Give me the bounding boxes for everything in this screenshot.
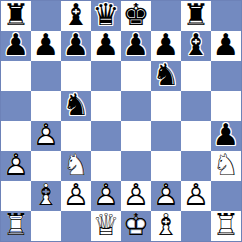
- square-g5[interactable]: [181, 91, 211, 121]
- square-d5[interactable]: [91, 91, 121, 121]
- white-pawn-icon: ♟♙: [61, 181, 91, 211]
- square-b4[interactable]: ♟♙: [31, 121, 61, 151]
- square-h6[interactable]: [211, 61, 241, 91]
- white-rook-icon: ♜♖: [211, 211, 241, 241]
- square-b6[interactable]: [31, 61, 61, 91]
- black-pawn-icon: ♟: [1, 31, 31, 61]
- square-e7[interactable]: ♟: [121, 31, 151, 61]
- square-f1[interactable]: ♝♗: [151, 211, 181, 241]
- square-a5[interactable]: [1, 91, 31, 121]
- square-d1[interactable]: ♛♕: [91, 211, 121, 241]
- square-c7[interactable]: ♟: [61, 31, 91, 61]
- square-f4[interactable]: [151, 121, 181, 151]
- square-e5[interactable]: [121, 91, 151, 121]
- square-b7[interactable]: ♟: [31, 31, 61, 61]
- white-pawn-icon: ♟♙: [1, 151, 31, 181]
- square-f6[interactable]: ♞: [151, 61, 181, 91]
- square-d6[interactable]: [91, 61, 121, 91]
- square-c5[interactable]: ♞: [61, 91, 91, 121]
- square-a6[interactable]: [1, 61, 31, 91]
- square-f5[interactable]: [151, 91, 181, 121]
- black-knight-icon: ♞: [61, 91, 91, 121]
- square-d7[interactable]: ♟: [91, 31, 121, 61]
- white-knight-icon: ♞♘: [211, 151, 241, 181]
- square-c2[interactable]: ♟♙: [61, 181, 91, 211]
- square-h3[interactable]: ♞♘: [211, 151, 241, 181]
- square-a1[interactable]: ♜♖: [1, 211, 31, 241]
- chess-board: ♜♝♛♚♜♟♟♟♟♟♟♝♟♞♞♟♙♟♟♙♞♘♞♘♝♗♟♙♟♙♟♙♟♙♟♙♜♖♛♕…: [0, 0, 242, 242]
- white-bishop-icon: ♝♗: [31, 181, 61, 211]
- black-pawn-icon: ♟: [121, 31, 151, 61]
- square-c1[interactable]: [61, 211, 91, 241]
- square-h7[interactable]: ♟: [211, 31, 241, 61]
- square-g2[interactable]: ♟♙: [181, 181, 211, 211]
- black-pawn-icon: ♟: [61, 31, 91, 61]
- square-d4[interactable]: [91, 121, 121, 151]
- square-h1[interactable]: ♜♖: [211, 211, 241, 241]
- white-pawn-icon: ♟♙: [31, 121, 61, 151]
- black-pawn-icon: ♟: [31, 31, 61, 61]
- square-g6[interactable]: [181, 61, 211, 91]
- square-g1[interactable]: [181, 211, 211, 241]
- square-g4[interactable]: [181, 121, 211, 151]
- square-e1[interactable]: ♚♔: [121, 211, 151, 241]
- black-knight-icon: ♞: [151, 61, 181, 91]
- black-bishop-icon: ♝: [181, 31, 211, 61]
- black-pawn-icon: ♟: [91, 31, 121, 61]
- white-rook-icon: ♜♖: [1, 211, 31, 241]
- white-king-icon: ♚♔: [121, 211, 151, 241]
- square-a7[interactable]: ♟: [1, 31, 31, 61]
- square-b1[interactable]: [31, 211, 61, 241]
- square-g7[interactable]: ♝: [181, 31, 211, 61]
- white-bishop-icon: ♝♗: [151, 211, 181, 241]
- black-pawn-icon: ♟: [211, 31, 241, 61]
- square-b2[interactable]: ♝♗: [31, 181, 61, 211]
- white-pawn-icon: ♟♙: [181, 181, 211, 211]
- white-queen-icon: ♛♕: [91, 211, 121, 241]
- square-e4[interactable]: [121, 121, 151, 151]
- square-e6[interactable]: [121, 61, 151, 91]
- square-a3[interactable]: ♟♙: [1, 151, 31, 181]
